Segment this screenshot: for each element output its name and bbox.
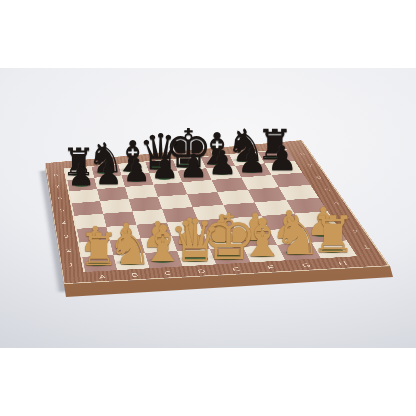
rank-label-left-4: 4 [57, 220, 71, 225]
rank-label-right-4: 4 [327, 201, 345, 206]
file-label-a: A [86, 273, 119, 280]
square-b1[interactable] [113, 253, 149, 270]
rank-label-left-1: 1 [64, 262, 79, 267]
rank-label-left-8: 8 [49, 173, 62, 177]
rank-label-right-5: 5 [318, 187, 336, 192]
rank-label-right-7: 7 [302, 163, 319, 168]
rank-label-left-6: 6 [53, 196, 67, 201]
file-label-c: C [151, 270, 186, 277]
file-label-d: D [184, 268, 220, 275]
file-label-b: B [118, 272, 152, 279]
rank-label-right-3: 3 [336, 214, 355, 219]
rank-label-left-7: 7 [51, 184, 64, 189]
chess-photo-scene: AABBCCDDEEFFGGHH8877665544332211 ♜♞♝♛♚♝♞… [0, 0, 416, 416]
rank-label-right-6: 6 [310, 175, 327, 180]
square-a1[interactable] [82, 255, 117, 272]
file-label-f: F [252, 264, 290, 271]
file-label-h: H [323, 260, 363, 267]
square-h1[interactable] [312, 240, 357, 258]
rank-label-left-2: 2 [61, 248, 76, 253]
file-label-e: E [218, 266, 255, 273]
rank-label-right-1: 1 [356, 244, 376, 250]
rank-label-right-8: 8 [295, 152, 311, 157]
file-label-g: G [287, 262, 326, 269]
rank-label-right-2: 2 [346, 229, 366, 235]
board-grid [65, 150, 357, 272]
rank-label-left-5: 5 [55, 208, 69, 213]
square-c1[interactable] [145, 251, 183, 268]
rank-label-left-3: 3 [59, 234, 74, 239]
